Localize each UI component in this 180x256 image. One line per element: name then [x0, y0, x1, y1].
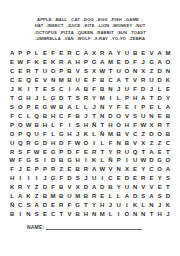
- grid-cell: L: [49, 130, 57, 139]
- grid-cell: W: [8, 156, 16, 165]
- grid-cell: P: [123, 94, 131, 103]
- grid-cell: G: [90, 58, 98, 67]
- grid-cell: J: [74, 130, 82, 139]
- grid-cell: L: [106, 210, 114, 219]
- grid-cell: R: [49, 165, 57, 174]
- grid-cell: E: [41, 58, 49, 67]
- grid-cell: O: [16, 103, 24, 112]
- grid-cell: J: [90, 103, 98, 112]
- grid-cell: H: [156, 210, 164, 219]
- grid-cell: G: [41, 103, 49, 112]
- grid-cell: D: [57, 139, 65, 148]
- grid-cell: L: [49, 121, 57, 130]
- grid-cell: F: [65, 139, 73, 148]
- grid-cell: E: [16, 76, 24, 85]
- grid-cell: R: [16, 183, 24, 192]
- grid-cell: Y: [90, 94, 98, 103]
- name-row: NAME:: [27, 224, 180, 230]
- grid-cell: E: [41, 210, 49, 219]
- grid-cell: L: [106, 192, 114, 201]
- grid-cell: F: [74, 148, 82, 157]
- grid-cell: I: [41, 156, 49, 165]
- grid-cell: T: [164, 148, 172, 157]
- grid-cell: P: [41, 165, 49, 174]
- grid-cell: C: [131, 130, 139, 139]
- grid-cell: C: [164, 139, 172, 148]
- grid-cell: W: [16, 58, 24, 67]
- grid-cell: G: [57, 130, 65, 139]
- grid-cell: F: [115, 103, 123, 112]
- grid-cell: P: [16, 130, 24, 139]
- grid-cell: V: [65, 210, 73, 219]
- grid-cell: B: [98, 85, 106, 94]
- grid-cell: I: [65, 85, 73, 94]
- grid-cell: G: [33, 139, 41, 148]
- grid-cell: B: [74, 165, 82, 174]
- grid-cell: P: [33, 165, 41, 174]
- grid-cell: G: [74, 201, 82, 210]
- grid-cell: H: [98, 201, 106, 210]
- grid-cell: D: [57, 94, 65, 103]
- grid-cell: T: [98, 148, 106, 157]
- grid-cell: L: [115, 94, 123, 103]
- grid-cell: T: [98, 121, 106, 130]
- grid-cell: N: [139, 210, 147, 219]
- grid-cell: V: [123, 112, 131, 121]
- grid-cell: G: [49, 148, 57, 157]
- grid-cell: A: [74, 85, 82, 94]
- grid-cell: X: [139, 139, 147, 148]
- grid-cell: N: [115, 139, 123, 148]
- grid-cell: C: [8, 76, 16, 85]
- grid-cell: E: [33, 103, 41, 112]
- grid-cell: N: [131, 67, 139, 76]
- grid-cell: A: [82, 49, 90, 58]
- grid-cell: P: [24, 103, 32, 112]
- grid-cell: R: [90, 192, 98, 201]
- grid-cell: H: [49, 139, 57, 148]
- grid-cell: C: [57, 112, 65, 121]
- grid-cell: J: [16, 165, 24, 174]
- grid-cell: F: [131, 121, 139, 130]
- grid-cell: K: [16, 85, 24, 94]
- grid-cell: L: [115, 192, 123, 201]
- grid-cell: J: [82, 174, 90, 183]
- word-list: APPLE -BALL -CAT -DOG -EGG -FISH -GAME -…: [0, 0, 180, 42]
- grid-cell: D: [65, 174, 73, 183]
- grid-cell: H: [74, 156, 82, 165]
- name-blank-line: [46, 225, 142, 230]
- grid-cell: O: [123, 67, 131, 76]
- grid-cell: S: [82, 67, 90, 76]
- grid-cell: O: [49, 67, 57, 76]
- grid-cell: B: [57, 183, 65, 192]
- grid-cell: Z: [139, 130, 147, 139]
- grid-cell: K: [131, 201, 139, 210]
- grid-cell: D: [156, 67, 164, 76]
- grid-cell: H: [131, 94, 139, 103]
- grid-cell: X: [147, 121, 155, 130]
- grid-cell: B: [123, 139, 131, 148]
- grid-cell: N: [164, 67, 172, 76]
- grid-cell: X: [74, 183, 82, 192]
- grid-cell: R: [139, 174, 147, 183]
- grid-cell: B: [33, 121, 41, 130]
- grid-cell: U: [123, 183, 131, 192]
- grid-cell: F: [57, 174, 65, 183]
- grid-cell: V: [41, 76, 49, 85]
- grid-cell: E: [98, 192, 106, 201]
- grid-cell: J: [115, 85, 123, 94]
- grid-cell: E: [82, 76, 90, 85]
- grid-cell: V: [65, 183, 73, 192]
- grid-cell: B: [65, 67, 73, 76]
- grid-cell: P: [24, 49, 32, 58]
- grid-cell: E: [164, 85, 172, 94]
- grid-cell: M: [106, 58, 114, 67]
- grid-cell: R: [65, 49, 73, 58]
- grid-cell: S: [139, 192, 147, 201]
- grid-cell: P: [82, 58, 90, 67]
- grid-cell: F: [90, 76, 98, 85]
- grid-cell: H: [65, 130, 73, 139]
- grid-cell: C: [8, 67, 16, 76]
- grid-cell: L: [98, 156, 106, 165]
- word-list-line: -UMBRELLA -VAN -WOLF -X-RAY -YO-YO -ZEBR…: [0, 36, 180, 42]
- grid-cell: E: [156, 148, 164, 157]
- grid-cell: Q: [33, 112, 41, 121]
- grid-cell: I: [123, 201, 131, 210]
- grid-cell: L: [41, 94, 49, 103]
- grid-cell: L: [139, 201, 147, 210]
- grid-cell: L: [74, 103, 82, 112]
- grid-cell: S: [74, 121, 82, 130]
- grid-cell: L: [90, 130, 98, 139]
- grid-cell: H: [8, 174, 16, 183]
- grid-cell: S: [74, 94, 82, 103]
- grid-cell: Y: [106, 148, 114, 157]
- grid-cell: Y: [90, 201, 98, 210]
- grid-cell: V: [131, 139, 139, 148]
- grid-cell: P: [139, 103, 147, 112]
- grid-cell: I: [16, 210, 24, 219]
- grid-cell: T: [57, 210, 65, 219]
- grid-cell: F: [49, 49, 57, 58]
- grid-cell: N: [98, 103, 106, 112]
- grid-cell: D: [147, 130, 155, 139]
- grid-cell: P: [16, 49, 24, 58]
- grid-cell: D: [164, 192, 172, 201]
- grid-cell: K: [33, 58, 41, 67]
- grid-cell: Y: [24, 183, 32, 192]
- grid-cell: N: [98, 112, 106, 121]
- grid-cell: F: [131, 58, 139, 67]
- grid-cell: T: [164, 183, 172, 192]
- grid-cell: I: [82, 156, 90, 165]
- grid-cell: N: [24, 210, 32, 219]
- grid-cell: T: [123, 76, 131, 85]
- grid-cell: S: [74, 174, 82, 183]
- grid-cell: D: [41, 201, 49, 210]
- grid-cell: D: [41, 139, 49, 148]
- grid-cell: D: [41, 183, 49, 192]
- grid-cell: K: [164, 76, 172, 85]
- grid-cell: B: [57, 103, 65, 112]
- grid-cell: I: [16, 174, 24, 183]
- grid-cell: V: [106, 165, 114, 174]
- grid-cell: E: [57, 49, 65, 58]
- grid-cell: D: [82, 183, 90, 192]
- grid-cell: Q: [24, 76, 32, 85]
- grid-cell: V: [147, 183, 155, 192]
- grid-cell: A: [139, 94, 147, 103]
- grid-cell: T: [65, 94, 73, 103]
- grid-cell: J: [139, 58, 147, 67]
- grid-cell: S: [131, 112, 139, 121]
- grid-cell: C: [16, 112, 24, 121]
- grid-cell: X: [123, 165, 131, 174]
- grid-cell: G: [65, 156, 73, 165]
- grid-cell: J: [156, 201, 164, 210]
- grid-cell: F: [16, 156, 24, 165]
- grid-cell: U: [8, 139, 16, 148]
- grid-cell: D: [49, 156, 57, 165]
- grid-cell: Z: [33, 183, 41, 192]
- grid-cell: U: [131, 156, 139, 165]
- grid-cell: C: [106, 76, 114, 85]
- grid-cell: I: [24, 174, 32, 183]
- grid-cell: A: [147, 192, 155, 201]
- grid-cell: T: [164, 121, 172, 130]
- grid-cell: C: [49, 210, 57, 219]
- grid-cell: L: [98, 139, 106, 148]
- grid-cell: K: [49, 58, 57, 67]
- grid-cell: A: [115, 76, 123, 85]
- grid-cell: Ñ: [8, 201, 16, 210]
- grid-cell: Y: [115, 49, 123, 58]
- grid-cell: G: [16, 94, 24, 103]
- grid-cell: V: [74, 67, 82, 76]
- grid-cell: F: [131, 85, 139, 94]
- grid-cell: D: [156, 94, 164, 103]
- grid-cell: U: [123, 148, 131, 157]
- grid-cell: I: [98, 174, 106, 183]
- grid-cell: E: [49, 201, 57, 210]
- grid-cell: O: [16, 121, 24, 130]
- grid-cell: B: [82, 85, 90, 94]
- grid-cell: O: [164, 58, 172, 67]
- grid-cell: E: [139, 49, 147, 58]
- grid-cell: A: [156, 58, 164, 67]
- grid-cell: R: [57, 58, 65, 67]
- grid-cell: E: [41, 85, 49, 94]
- grid-cell: A: [98, 58, 106, 67]
- grid-cell: Q: [16, 139, 24, 148]
- grid-cell: S: [164, 174, 172, 183]
- grid-cell: F: [24, 58, 32, 67]
- grid-cell: S: [156, 192, 164, 201]
- grid-cell: F: [24, 148, 32, 157]
- grid-cell: M: [57, 76, 65, 85]
- grid-cell: Y: [106, 103, 114, 112]
- grid-cell: T: [8, 94, 16, 103]
- grid-cell: W: [24, 121, 32, 130]
- grid-cell: K: [8, 183, 16, 192]
- grid-cell: W: [139, 156, 147, 165]
- grid-cell: K: [24, 192, 32, 201]
- grid-cell: S: [24, 201, 32, 210]
- grid-cell: T: [82, 201, 90, 210]
- grid-cell: A: [147, 148, 155, 157]
- grid-cell: M: [74, 192, 82, 201]
- grid-cell: H: [82, 210, 90, 219]
- grid-cell: B: [98, 76, 106, 85]
- grid-cell: N: [115, 165, 123, 174]
- grid-cell: W: [33, 148, 41, 157]
- grid-cell: V: [131, 76, 139, 85]
- grid-cell: L: [8, 192, 16, 201]
- grid-cell: R: [8, 148, 16, 157]
- grid-cell: A: [65, 103, 73, 112]
- grid-cell: B: [65, 76, 73, 85]
- grid-cell: N: [49, 76, 57, 85]
- grid-cell: I: [131, 103, 139, 112]
- grid-cell: L: [24, 112, 32, 121]
- grid-cell: F: [57, 121, 65, 130]
- grid-cell: Z: [33, 192, 41, 201]
- grid-cell: H: [82, 121, 90, 130]
- grid-cell: M: [98, 210, 106, 219]
- grid-cell: Y: [156, 174, 164, 183]
- grid-cell: S: [49, 85, 57, 94]
- grid-cell: E: [156, 112, 164, 121]
- grid-cell: I: [33, 174, 41, 183]
- grid-cell: R: [115, 148, 123, 157]
- grid-cell: G: [147, 58, 155, 67]
- grid-cell: E: [131, 174, 139, 183]
- grid-cell: O: [156, 165, 164, 174]
- grid-cell: D: [65, 148, 73, 157]
- grid-cell: Q: [131, 148, 139, 157]
- grid-cell: O: [123, 210, 131, 219]
- grid-cell: F: [8, 112, 16, 121]
- grid-cell: O: [115, 112, 123, 121]
- grid-cell: Ñ: [90, 121, 98, 130]
- grid-cell: R: [90, 148, 98, 157]
- grid-cell: S: [16, 148, 24, 157]
- grid-cell: J: [164, 210, 172, 219]
- grid-cell: E: [16, 67, 24, 76]
- grid-cell: H: [123, 121, 131, 130]
- grid-cell: A: [33, 201, 41, 210]
- grid-cell: W: [49, 103, 57, 112]
- grid-cell: Y: [164, 94, 172, 103]
- grid-cell: P: [115, 156, 123, 165]
- grid-cell: B: [41, 192, 49, 201]
- grid-cell: U: [123, 49, 131, 58]
- grid-cell: A: [123, 192, 131, 201]
- grid-cell: K: [82, 130, 90, 139]
- grid-cell: P: [57, 67, 65, 76]
- grid-cell: S: [8, 103, 16, 112]
- grid-cell: I: [106, 94, 114, 103]
- grid-cell: T: [33, 85, 41, 94]
- grid-cell: F: [65, 112, 73, 121]
- grid-cell: U: [147, 76, 155, 85]
- grid-cell: T: [139, 148, 147, 157]
- grid-cell: E: [41, 148, 49, 157]
- grid-cell: V: [147, 49, 155, 58]
- grid-cell: I: [123, 156, 131, 165]
- grid-cell: O: [164, 156, 172, 165]
- grid-cell: J: [106, 201, 114, 210]
- grid-cell: X: [139, 67, 147, 76]
- grid-cell: E: [147, 174, 155, 183]
- grid-cell: S: [33, 156, 41, 165]
- grid-cell: J: [41, 174, 49, 183]
- grid-cell: F: [49, 183, 57, 192]
- grid-cell: B: [74, 112, 82, 121]
- grid-cell: B: [8, 210, 16, 219]
- grid-cell: N: [131, 183, 139, 192]
- grid-cell: G: [24, 156, 32, 165]
- grid-cell: M: [49, 192, 57, 201]
- grid-cell: B: [164, 112, 172, 121]
- grid-cell: V: [123, 130, 131, 139]
- name-label: NAME:: [27, 224, 44, 230]
- grid-cell: X: [90, 49, 98, 58]
- grid-cell: R: [24, 67, 32, 76]
- grid-cell: U: [90, 174, 98, 183]
- grid-cell: R: [98, 49, 106, 58]
- grid-cell: U: [41, 67, 49, 76]
- grid-cell: Z: [57, 165, 65, 174]
- grid-cell: L: [33, 49, 41, 58]
- grid-cell: Z: [147, 139, 155, 148]
- grid-cell: G: [156, 156, 164, 165]
- grid-cell: O: [156, 130, 164, 139]
- grid-cell: N: [147, 201, 155, 210]
- grid-cell: Z: [147, 67, 155, 76]
- grid-cell: E: [147, 103, 155, 112]
- grid-cell: G: [49, 94, 57, 103]
- grid-cell: H: [106, 121, 114, 130]
- grid-cell: N: [90, 210, 98, 219]
- grid-cell: A: [16, 192, 24, 201]
- grid-cell: U: [115, 67, 123, 76]
- grid-cell: F: [106, 139, 114, 148]
- grid-cell: T: [33, 67, 41, 76]
- grid-cell: T: [147, 94, 155, 103]
- grid-cell: H: [24, 94, 32, 103]
- grid-cell: X: [90, 67, 98, 76]
- grid-cell: W: [139, 121, 147, 130]
- grid-cell: Y: [139, 165, 147, 174]
- grid-cell: K: [164, 201, 172, 210]
- grid-cell: E: [115, 174, 123, 183]
- grid-cell: E: [82, 148, 90, 157]
- grid-cell: D: [123, 58, 131, 67]
- grid-cell: C: [106, 174, 114, 183]
- grid-cell: W: [98, 67, 106, 76]
- grid-cell: C: [57, 85, 65, 94]
- grid-cell: N: [131, 210, 139, 219]
- grid-cell: D: [156, 76, 164, 85]
- grid-cell: E: [24, 165, 32, 174]
- grid-cell: D: [98, 183, 106, 192]
- grid-cell: D: [131, 192, 139, 201]
- grid-cell: E: [33, 76, 41, 85]
